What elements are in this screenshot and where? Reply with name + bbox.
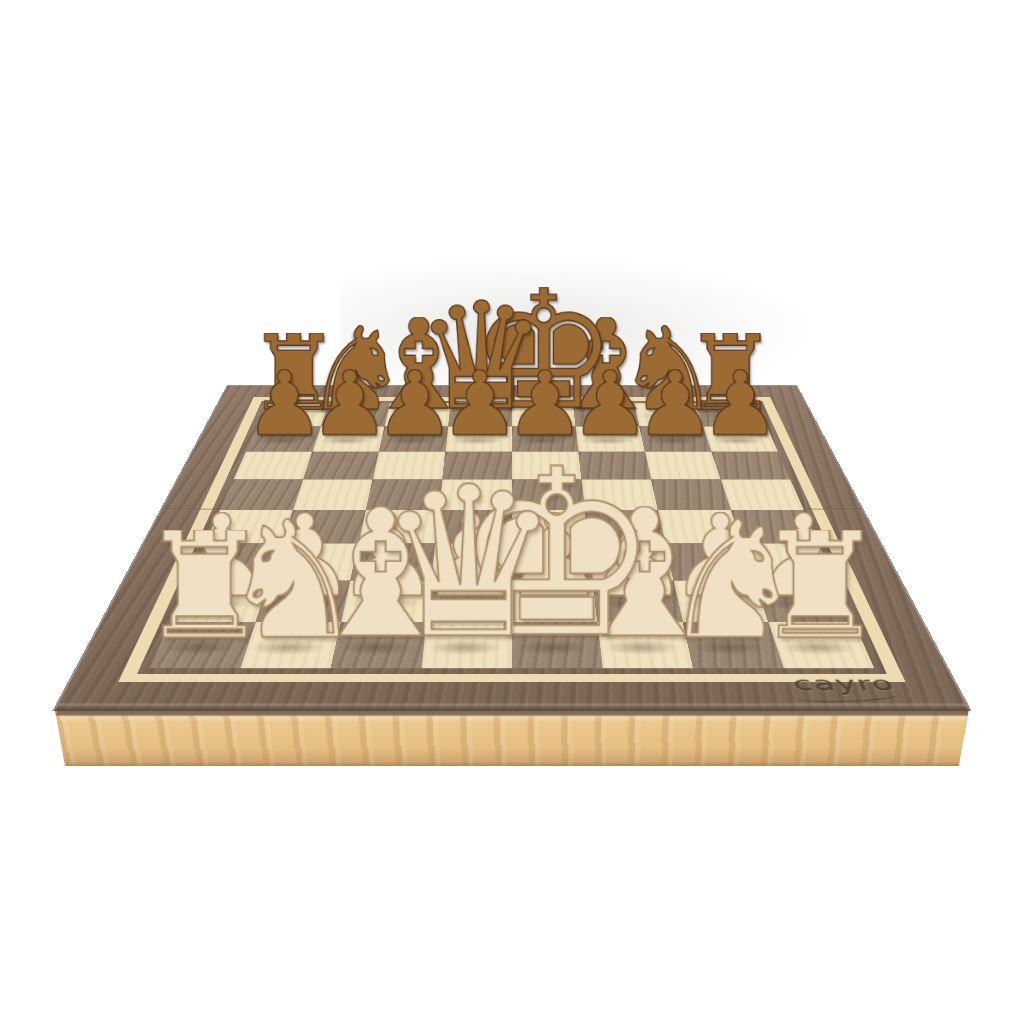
chess-box: ♜♞♝♛♚♝♞♜♟♟♟♟♟♟♟♟♟♟♟♟♟♟♟♟♜♞♝♛♚♝♞♜ cayro: [56, 386, 969, 709]
white-queen-glyph: ♛: [375, 482, 562, 645]
box-front-side: [55, 709, 969, 766]
black-pawn-glyph: ♟: [700, 369, 780, 439]
board-grid: ♜♞♝♛♚♝♞♜♟♟♟♟♟♟♟♟♟♟♟♟♟♟♟♟♜♞♝♛♚♝♞♜: [150, 403, 875, 668]
photo-scene: ♜♞♝♛♚♝♞♜♟♟♟♟♟♟♟♟♟♟♟♟♟♟♟♟♜♞♝♛♚♝♞♜ cayro: [0, 0, 1024, 1024]
board-top-surface: ♜♞♝♛♚♝♞♜♟♟♟♟♟♟♟♟♟♟♟♟♟♟♟♟♜♞♝♛♚♝♞♜ cayro: [56, 386, 969, 709]
